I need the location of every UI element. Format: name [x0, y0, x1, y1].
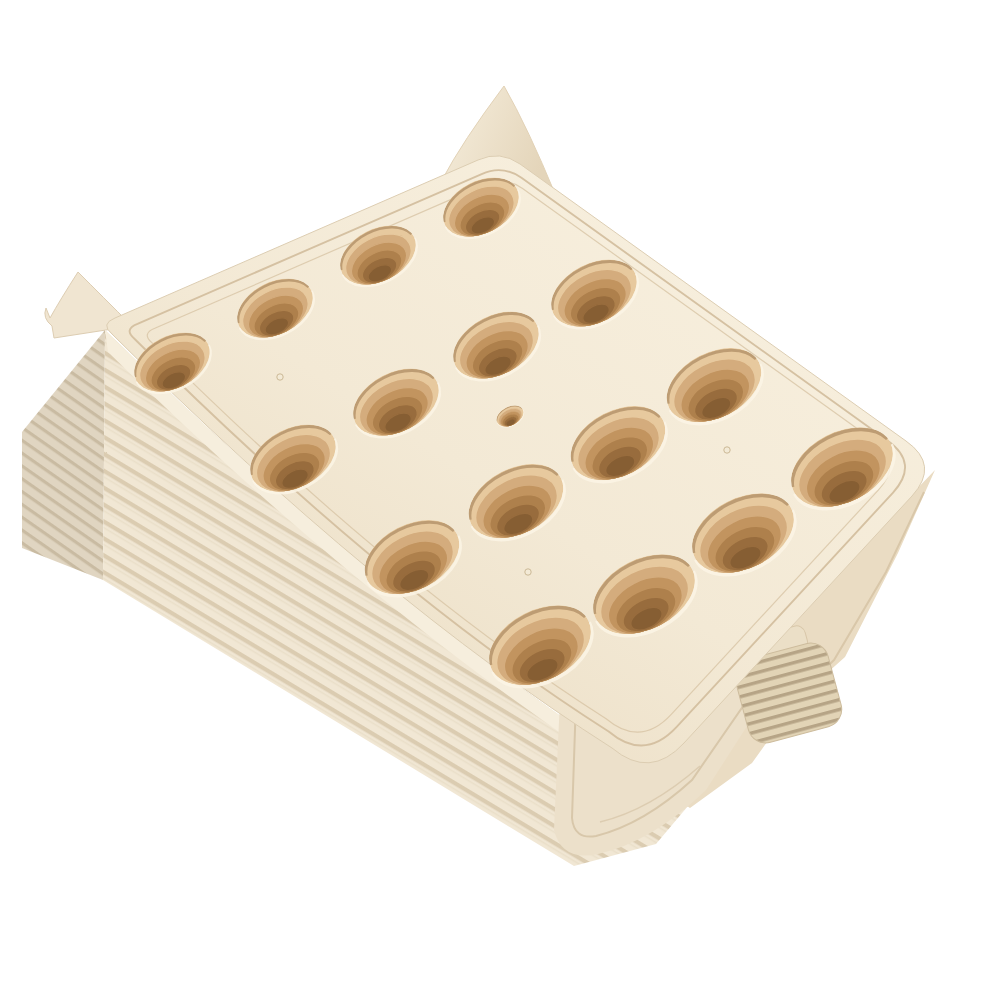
- surface-dimple: [277, 374, 283, 380]
- tray-stack-photo: [0, 0, 1000, 1000]
- stack-left-face: [22, 330, 105, 580]
- surface-dimple: [525, 569, 531, 575]
- surface-dimple: [724, 447, 730, 453]
- product-photo-stage: [0, 0, 1000, 1000]
